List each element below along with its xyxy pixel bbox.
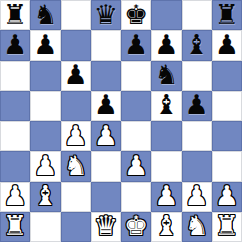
piece-black-pawn[interactable]: ♟ bbox=[154, 31, 178, 58]
square-a4[interactable] bbox=[0, 121, 30, 151]
square-a5[interactable] bbox=[0, 91, 30, 121]
piece-black-bishop[interactable]: ♝ bbox=[185, 31, 209, 58]
square-a3[interactable] bbox=[0, 151, 30, 181]
square-e5[interactable] bbox=[121, 91, 151, 121]
square-h5[interactable] bbox=[212, 91, 242, 121]
piece-white-bishop[interactable]: ♝ bbox=[154, 212, 178, 239]
square-h3[interactable] bbox=[212, 151, 242, 181]
square-d8[interactable]: ♛ bbox=[91, 0, 121, 30]
square-f4[interactable] bbox=[151, 121, 181, 151]
square-h6[interactable] bbox=[212, 61, 242, 91]
piece-black-pawn[interactable]: ♟ bbox=[94, 91, 118, 118]
piece-black-pawn[interactable]: ♟ bbox=[3, 31, 27, 58]
square-b4[interactable] bbox=[30, 121, 60, 151]
square-b3[interactable]: ♟ bbox=[30, 151, 60, 181]
piece-black-rook[interactable]: ♜ bbox=[3, 1, 27, 28]
square-a1[interactable]: ♜ bbox=[0, 212, 30, 242]
square-h4[interactable] bbox=[212, 121, 242, 151]
square-c4[interactable]: ♟ bbox=[61, 121, 91, 151]
square-e4[interactable] bbox=[121, 121, 151, 151]
piece-black-pawn[interactable]: ♟ bbox=[215, 31, 239, 58]
piece-white-king[interactable]: ♚ bbox=[124, 212, 148, 239]
square-h8[interactable]: ♜ bbox=[212, 0, 242, 30]
square-a2[interactable]: ♟ bbox=[0, 182, 30, 212]
piece-black-queen[interactable]: ♛ bbox=[94, 1, 118, 28]
square-b8[interactable]: ♞ bbox=[30, 0, 60, 30]
square-g6[interactable] bbox=[182, 61, 212, 91]
piece-black-pawn[interactable]: ♟ bbox=[64, 61, 88, 88]
square-b7[interactable]: ♟ bbox=[30, 30, 60, 60]
piece-black-pawn[interactable]: ♟ bbox=[185, 91, 209, 118]
square-d1[interactable]: ♛ bbox=[91, 212, 121, 242]
square-b2[interactable]: ♝ bbox=[30, 182, 60, 212]
square-c5[interactable] bbox=[61, 91, 91, 121]
square-e3[interactable]: ♟ bbox=[121, 151, 151, 181]
piece-black-knight[interactable]: ♞ bbox=[154, 61, 178, 88]
square-d3[interactable] bbox=[91, 151, 121, 181]
square-e7[interactable]: ♟ bbox=[121, 30, 151, 60]
square-a7[interactable]: ♟ bbox=[0, 30, 30, 60]
square-f6[interactable]: ♞ bbox=[151, 61, 181, 91]
square-g1[interactable]: ♞ bbox=[182, 212, 212, 242]
square-h7[interactable]: ♟ bbox=[212, 30, 242, 60]
piece-white-pawn[interactable]: ♟ bbox=[64, 122, 88, 149]
piece-white-queen[interactable]: ♛ bbox=[94, 212, 118, 239]
square-f5[interactable]: ♝ bbox=[151, 91, 181, 121]
square-f8[interactable] bbox=[151, 0, 181, 30]
square-c7[interactable] bbox=[61, 30, 91, 60]
square-d2[interactable] bbox=[91, 182, 121, 212]
square-a6[interactable] bbox=[0, 61, 30, 91]
piece-white-bishop[interactable]: ♝ bbox=[33, 182, 57, 209]
square-f2[interactable]: ♟ bbox=[151, 182, 181, 212]
square-d7[interactable] bbox=[91, 30, 121, 60]
square-e1[interactable]: ♚ bbox=[121, 212, 151, 242]
square-e2[interactable] bbox=[121, 182, 151, 212]
piece-white-pawn[interactable]: ♟ bbox=[154, 182, 178, 209]
square-b1[interactable] bbox=[30, 212, 60, 242]
square-c8[interactable] bbox=[61, 0, 91, 30]
square-h1[interactable]: ♜ bbox=[212, 212, 242, 242]
square-d4[interactable]: ♟ bbox=[91, 121, 121, 151]
square-c3[interactable]: ♞ bbox=[61, 151, 91, 181]
square-h2[interactable]: ♟ bbox=[212, 182, 242, 212]
square-g5[interactable]: ♟ bbox=[182, 91, 212, 121]
square-a8[interactable]: ♜ bbox=[0, 0, 30, 30]
piece-white-pawn[interactable]: ♟ bbox=[33, 152, 57, 179]
square-g7[interactable]: ♝ bbox=[182, 30, 212, 60]
square-g3[interactable] bbox=[182, 151, 212, 181]
square-c2[interactable] bbox=[61, 182, 91, 212]
piece-white-pawn[interactable]: ♟ bbox=[215, 182, 239, 209]
square-c1[interactable] bbox=[61, 212, 91, 242]
piece-white-pawn[interactable]: ♟ bbox=[94, 122, 118, 149]
chess-board: ♜♞♛♚♜♟♟♟♟♝♟♟♞♟♝♟♟♟♟♞♟♟♝♟♟♟♜♛♚♝♞♜ bbox=[0, 0, 242, 242]
square-f7[interactable]: ♟ bbox=[151, 30, 181, 60]
square-g2[interactable]: ♟ bbox=[182, 182, 212, 212]
piece-white-rook[interactable]: ♜ bbox=[215, 212, 239, 239]
piece-white-knight[interactable]: ♞ bbox=[185, 212, 209, 239]
piece-white-pawn[interactable]: ♟ bbox=[3, 182, 27, 209]
square-f1[interactable]: ♝ bbox=[151, 212, 181, 242]
piece-black-king[interactable]: ♚ bbox=[124, 1, 148, 28]
piece-black-bishop[interactable]: ♝ bbox=[154, 91, 178, 118]
square-g8[interactable] bbox=[182, 0, 212, 30]
square-c6[interactable]: ♟ bbox=[61, 61, 91, 91]
piece-white-rook[interactable]: ♜ bbox=[3, 212, 27, 239]
piece-white-pawn[interactable]: ♟ bbox=[185, 182, 209, 209]
piece-black-pawn[interactable]: ♟ bbox=[124, 31, 148, 58]
piece-white-pawn[interactable]: ♟ bbox=[124, 152, 148, 179]
square-b5[interactable] bbox=[30, 91, 60, 121]
square-f3[interactable] bbox=[151, 151, 181, 181]
piece-black-pawn[interactable]: ♟ bbox=[33, 31, 57, 58]
square-d5[interactable]: ♟ bbox=[91, 91, 121, 121]
square-b6[interactable] bbox=[30, 61, 60, 91]
piece-black-rook[interactable]: ♜ bbox=[215, 1, 239, 28]
square-e8[interactable]: ♚ bbox=[121, 0, 151, 30]
piece-white-knight[interactable]: ♞ bbox=[64, 152, 88, 179]
square-e6[interactable] bbox=[121, 61, 151, 91]
square-g4[interactable] bbox=[182, 121, 212, 151]
piece-black-knight[interactable]: ♞ bbox=[33, 1, 57, 28]
square-d6[interactable] bbox=[91, 61, 121, 91]
